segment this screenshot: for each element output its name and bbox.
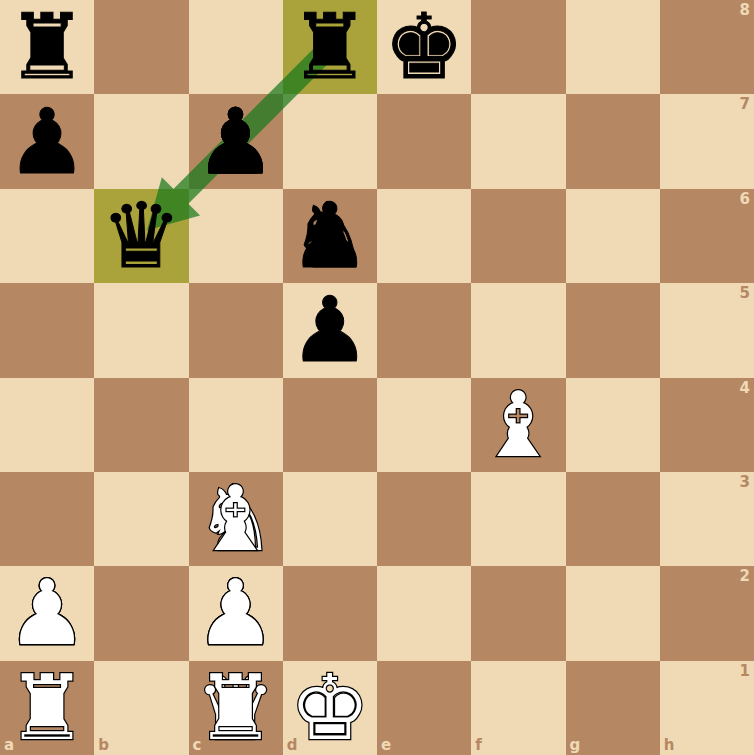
board-pieces: ♜♜♚♟♝♝♟♟♟♛♟♞♟♝♞♝♟♟♟♟♟♟♜♛♜♚ [0, 0, 754, 755]
piece-white-bishop-f4[interactable]: ♝ [471, 378, 565, 472]
piece-white-pawn-c2[interactable]: ♟ [189, 566, 283, 660]
piece-black-queen-b6[interactable]: ♛ [94, 189, 188, 283]
piece-black-pawn-c7[interactable]: ♟ [189, 94, 283, 188]
piece-white-rook-a1[interactable]: ♜ [0, 661, 94, 755]
piece-black-rook-a8[interactable]: ♜ [0, 0, 94, 94]
piece-black-pawn-a7[interactable]: ♟ [0, 94, 94, 188]
piece-black-king-e8[interactable]: ♚ [377, 0, 471, 94]
piece-white-king-d1[interactable]: ♚ [283, 661, 377, 755]
piece-black-knight-d6[interactable]: ♞ [283, 189, 377, 283]
piece-black-pawn-d5[interactable]: ♟ [283, 283, 377, 377]
piece-white-pawn-a2[interactable]: ♟ [0, 566, 94, 660]
piece-white-bishop-c3[interactable]: ♝ [189, 472, 283, 566]
piece-white-rook-c1[interactable]: ♜ [189, 661, 283, 755]
chess-board: ♜♜♚♟♝♝♟♟♟♛♟♞♟♝♞♝♟♟♟♟♟♟♜♛♜♚ abcdefgh12345… [0, 0, 754, 755]
piece-black-rook-d8[interactable]: ♜ [283, 0, 377, 94]
